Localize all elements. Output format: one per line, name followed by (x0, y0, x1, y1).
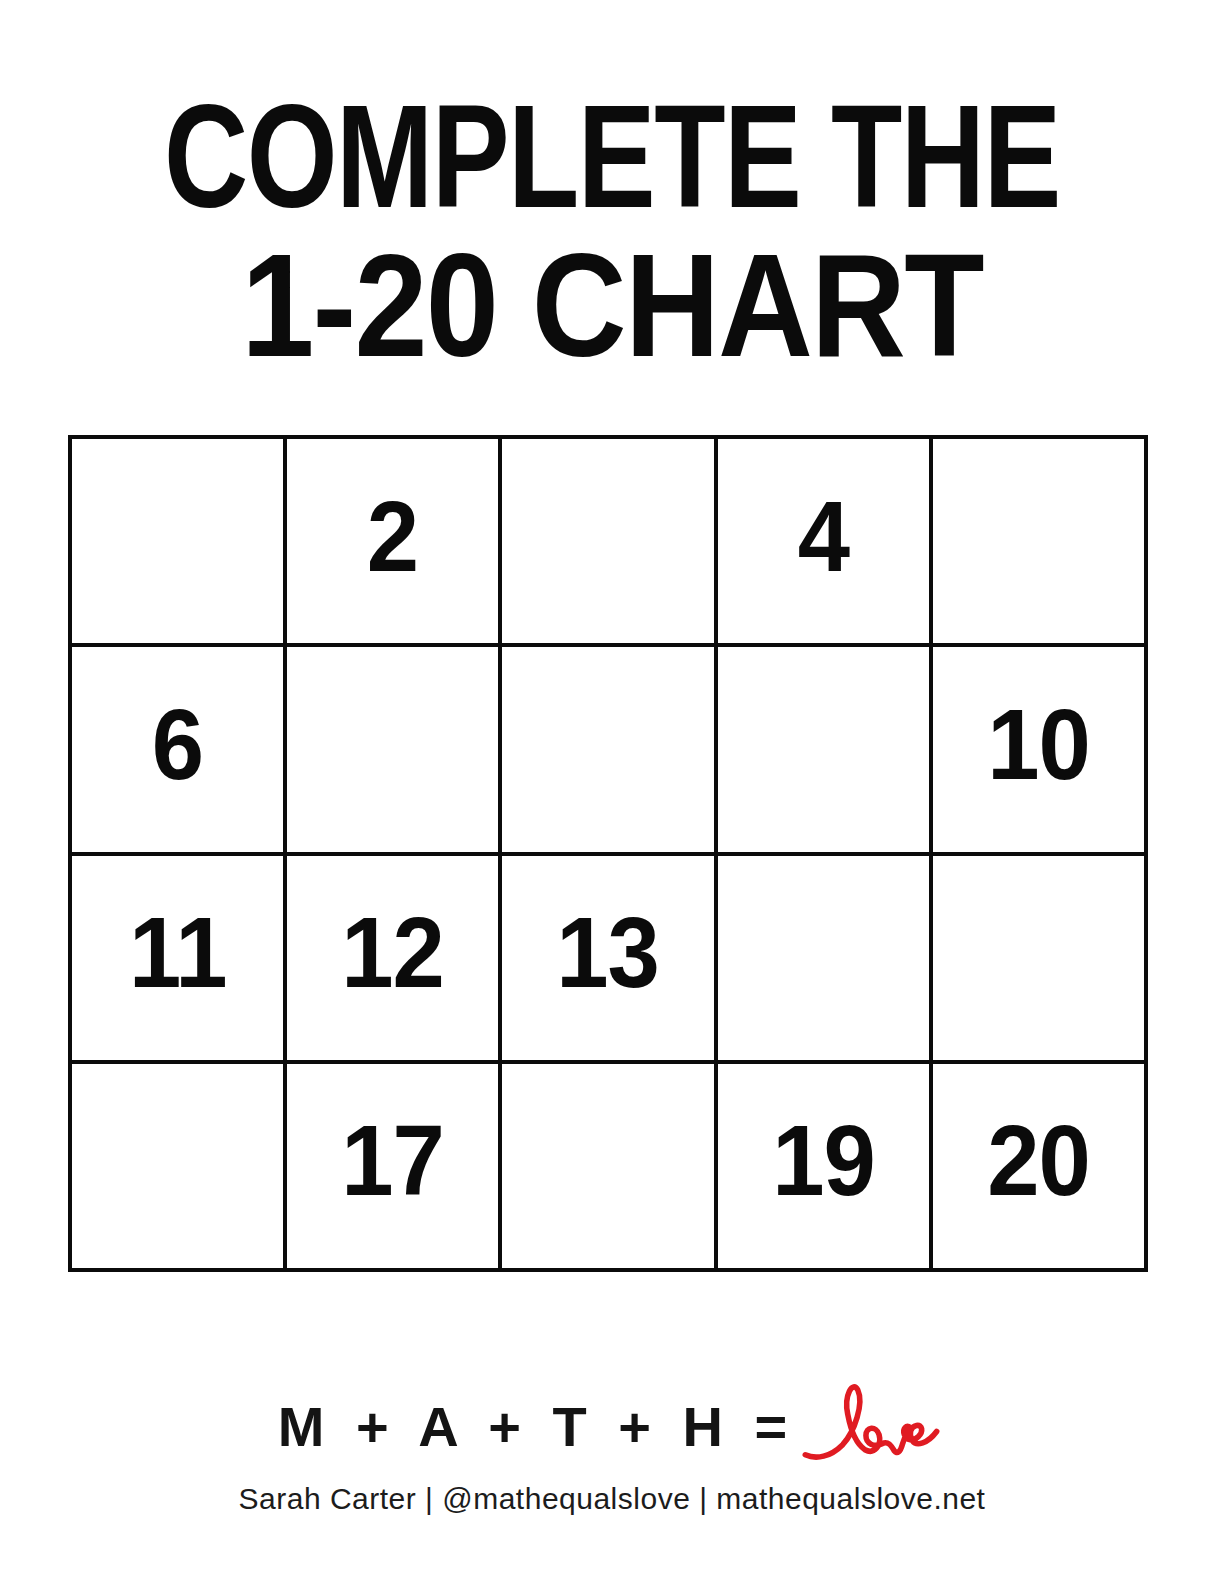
title-line-1: COMPLETE THE (122, 83, 1101, 232)
cell-number: 20 (987, 1103, 1090, 1218)
grid-cell-r2c3[interactable] (502, 647, 713, 851)
grid-cell-r4c2: 17 (287, 1064, 498, 1268)
grid-cell-r4c4: 19 (718, 1064, 929, 1268)
cell-number: 4 (798, 479, 849, 594)
grid-cell-r3c2: 12 (287, 856, 498, 1060)
grid-cell-r1c3[interactable] (502, 439, 713, 643)
grid-cell-r2c5: 10 (933, 647, 1144, 851)
author-byline: Sarah Carter | @mathequalslove | mathequ… (0, 1482, 1224, 1516)
math-formula-text: M + A + T + H = (278, 1394, 790, 1459)
cell-number: 13 (557, 895, 660, 1010)
cell-number: 11 (129, 895, 226, 1010)
math-equals-love-logo: M + A + T + H = (0, 1378, 1224, 1474)
cell-number: 10 (987, 687, 1090, 802)
number-grid: 24610111213171920 (68, 435, 1148, 1272)
grid-cell-r3c1: 11 (72, 856, 283, 1060)
grid-cell-r1c1[interactable] (72, 439, 283, 643)
grid-cell-r1c4: 4 (718, 439, 929, 643)
grid-cell-r4c3[interactable] (502, 1064, 713, 1268)
grid-cell-r4c1[interactable] (72, 1064, 283, 1268)
cell-number: 19 (772, 1103, 875, 1218)
grid-cell-r4c5: 20 (933, 1064, 1144, 1268)
grid-cell-r3c4[interactable] (718, 856, 929, 1060)
worksheet-page: COMPLETE THE 1-20 CHART 2461011121317192… (0, 0, 1224, 1584)
title-line-2: 1-20 CHART (61, 232, 1163, 381)
grid-cell-r2c2[interactable] (287, 647, 498, 851)
cell-number: 2 (367, 479, 418, 594)
love-script-icon (800, 1381, 946, 1477)
cell-number: 6 (152, 687, 203, 802)
cell-number: 12 (341, 895, 444, 1010)
grid-cell-r1c2: 2 (287, 439, 498, 643)
cell-number: 17 (341, 1103, 444, 1218)
page-title: COMPLETE THE 1-20 CHART (0, 83, 1224, 381)
grid-cell-r3c5[interactable] (933, 856, 1144, 1060)
grid-cell-r2c1: 6 (72, 647, 283, 851)
grid-cell-r3c3: 13 (502, 856, 713, 1060)
grid-cell-r1c5[interactable] (933, 439, 1144, 643)
grid-cell-r2c4[interactable] (718, 647, 929, 851)
